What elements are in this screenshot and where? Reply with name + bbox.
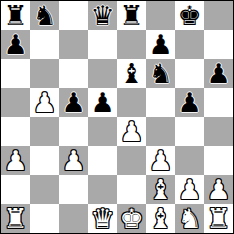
square-a8[interactable]: ♜	[1, 1, 30, 30]
piece-black-knight: ♞	[32, 1, 56, 30]
square-f1[interactable]: ♝	[146, 204, 175, 233]
square-c5[interactable]: ♟	[59, 88, 88, 117]
piece-white-pawn: ♟	[61, 146, 85, 175]
square-a4[interactable]	[1, 117, 30, 146]
square-d4[interactable]	[88, 117, 117, 146]
square-g5[interactable]: ♟	[175, 88, 204, 117]
square-h8[interactable]	[204, 1, 233, 30]
square-e5[interactable]	[117, 88, 146, 117]
square-f6[interactable]: ♞	[146, 59, 175, 88]
square-d5[interactable]: ♟	[88, 88, 117, 117]
square-f2[interactable]: ♝	[146, 175, 175, 204]
square-e3[interactable]	[117, 146, 146, 175]
piece-white-bishop: ♝	[148, 204, 172, 233]
square-e2[interactable]	[117, 175, 146, 204]
piece-white-bishop: ♝	[148, 175, 172, 204]
square-h3[interactable]	[204, 146, 233, 175]
square-e7[interactable]	[117, 30, 146, 59]
piece-white-pawn: ♟	[177, 175, 201, 204]
square-d3[interactable]	[88, 146, 117, 175]
piece-white-pawn: ♟	[206, 175, 230, 204]
square-h7[interactable]	[204, 30, 233, 59]
piece-white-king: ♚	[119, 204, 143, 233]
square-f8[interactable]	[146, 1, 175, 30]
square-g7[interactable]	[175, 30, 204, 59]
square-f7[interactable]: ♟	[146, 30, 175, 59]
piece-white-pawn: ♟	[32, 88, 56, 117]
piece-white-pawn: ♟	[119, 117, 143, 146]
square-e6[interactable]: ♝	[117, 59, 146, 88]
square-h6[interactable]: ♟	[204, 59, 233, 88]
piece-black-pawn: ♟	[206, 59, 230, 88]
piece-black-pawn: ♟	[61, 88, 85, 117]
square-d1[interactable]: ♛	[88, 204, 117, 233]
square-c4[interactable]	[59, 117, 88, 146]
square-g8[interactable]: ♚	[175, 1, 204, 30]
square-f4[interactable]	[146, 117, 175, 146]
square-b1[interactable]	[30, 204, 59, 233]
piece-white-pawn: ♟	[148, 146, 172, 175]
piece-white-rook: ♜	[206, 204, 230, 233]
piece-black-rook: ♜	[119, 1, 143, 30]
square-g1[interactable]: ♞	[175, 204, 204, 233]
square-b4[interactable]	[30, 117, 59, 146]
piece-white-pawn: ♟	[3, 146, 27, 175]
piece-white-knight: ♞	[177, 204, 201, 233]
square-c8[interactable]	[59, 1, 88, 30]
square-e1[interactable]: ♚	[117, 204, 146, 233]
square-d6[interactable]	[88, 59, 117, 88]
square-h4[interactable]	[204, 117, 233, 146]
square-d2[interactable]	[88, 175, 117, 204]
piece-black-pawn: ♟	[3, 30, 27, 59]
piece-black-pawn: ♟	[148, 30, 172, 59]
piece-black-bishop: ♝	[119, 59, 143, 88]
square-a3[interactable]: ♟	[1, 146, 30, 175]
square-d8[interactable]: ♛	[88, 1, 117, 30]
square-a2[interactable]	[1, 175, 30, 204]
square-b7[interactable]	[30, 30, 59, 59]
piece-white-rook: ♜	[3, 204, 27, 233]
piece-black-knight: ♞	[148, 59, 172, 88]
square-g6[interactable]	[175, 59, 204, 88]
square-e8[interactable]: ♜	[117, 1, 146, 30]
chess-diagram: ♜♞♛♜♚♟♟♝♞♟♟♟♟♟♟♟♟♟♝♟♟♜♛♚♝♞♜	[0, 0, 234, 234]
square-e4[interactable]: ♟	[117, 117, 146, 146]
square-d7[interactable]	[88, 30, 117, 59]
square-b8[interactable]: ♞	[30, 1, 59, 30]
square-b3[interactable]	[30, 146, 59, 175]
square-g3[interactable]	[175, 146, 204, 175]
square-f5[interactable]	[146, 88, 175, 117]
square-c1[interactable]	[59, 204, 88, 233]
square-c7[interactable]	[59, 30, 88, 59]
piece-black-queen: ♛	[90, 1, 114, 30]
square-b6[interactable]	[30, 59, 59, 88]
square-a5[interactable]	[1, 88, 30, 117]
square-a1[interactable]: ♜	[1, 204, 30, 233]
square-c3[interactable]: ♟	[59, 146, 88, 175]
piece-black-king: ♚	[177, 1, 201, 30]
square-c2[interactable]	[59, 175, 88, 204]
square-c6[interactable]	[59, 59, 88, 88]
square-a7[interactable]: ♟	[1, 30, 30, 59]
square-f3[interactable]: ♟	[146, 146, 175, 175]
square-g4[interactable]	[175, 117, 204, 146]
square-a6[interactable]	[1, 59, 30, 88]
square-h5[interactable]	[204, 88, 233, 117]
square-h2[interactable]: ♟	[204, 175, 233, 204]
chess-board: ♜♞♛♜♚♟♟♝♞♟♟♟♟♟♟♟♟♟♝♟♟♜♛♚♝♞♜	[0, 0, 234, 234]
square-h1[interactable]: ♜	[204, 204, 233, 233]
square-b5[interactable]: ♟	[30, 88, 59, 117]
piece-black-pawn: ♟	[177, 88, 201, 117]
piece-black-pawn: ♟	[90, 88, 114, 117]
piece-black-rook: ♜	[3, 1, 27, 30]
square-g2[interactable]: ♟	[175, 175, 204, 204]
square-b2[interactable]	[30, 175, 59, 204]
piece-white-queen: ♛	[90, 204, 114, 233]
